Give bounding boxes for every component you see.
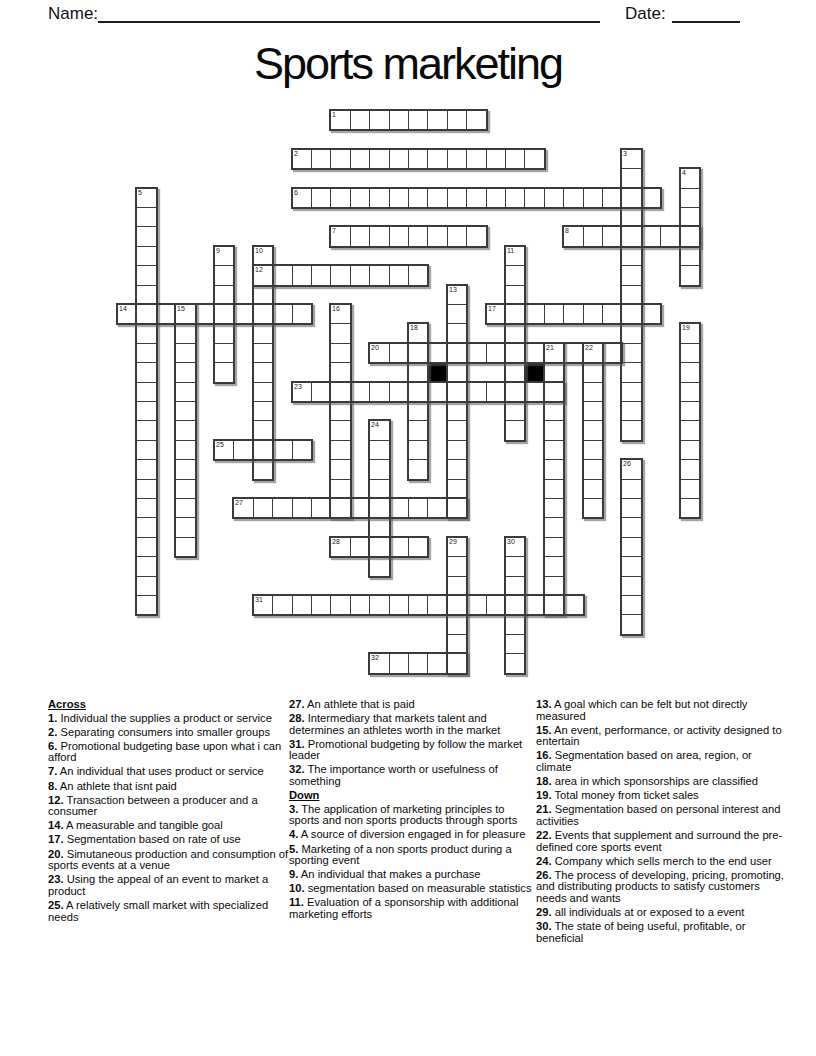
grid-cell[interactable] (136, 401, 157, 421)
grid-cell[interactable] (369, 556, 390, 577)
grid-cell[interactable] (175, 517, 196, 538)
grid-cell[interactable] (602, 226, 622, 247)
grid-cell[interactable] (389, 653, 409, 674)
grid-cell[interactable] (544, 420, 564, 441)
grid-cell[interactable] (389, 537, 409, 557)
grid-cell[interactable] (311, 382, 331, 402)
grid-cell[interactable]: 7 (330, 226, 351, 247)
grid-cell[interactable] (369, 459, 390, 480)
grid-cell[interactable] (369, 498, 390, 518)
grid-cell[interactable] (583, 188, 603, 208)
grid-cell[interactable] (660, 226, 681, 247)
grid-cell[interactable] (350, 226, 370, 247)
grid-cell[interactable] (583, 226, 603, 247)
grid-cell[interactable]: 15 (175, 304, 196, 324)
grid-cell[interactable] (136, 226, 157, 247)
grid-cell[interactable] (621, 343, 642, 363)
grid-cell[interactable] (544, 498, 564, 518)
grid-cell[interactable] (447, 653, 467, 674)
grid-cell[interactable] (427, 226, 448, 247)
grid-cell[interactable] (621, 168, 642, 189)
grid-cell[interactable] (524, 595, 545, 615)
grid-cell[interactable]: 29 (447, 537, 467, 557)
grid-cell[interactable] (369, 226, 390, 247)
grid-cell[interactable] (563, 188, 584, 208)
grid-cell[interactable] (680, 420, 700, 441)
grid-cell[interactable] (369, 517, 390, 538)
grid-cell[interactable] (311, 265, 331, 286)
grid-cell[interactable] (214, 362, 234, 383)
grid-cell[interactable] (214, 343, 234, 363)
grid-cell[interactable] (136, 556, 157, 577)
grid-cell[interactable] (505, 323, 525, 344)
grid-cell[interactable] (544, 595, 564, 615)
grid-cell[interactable]: 31 (253, 595, 273, 615)
grid-cell[interactable] (408, 459, 428, 480)
grid-cell[interactable] (466, 110, 487, 130)
grid-cell[interactable] (175, 343, 196, 363)
grid-cell[interactable] (253, 382, 273, 402)
grid-cell[interactable]: 2 (292, 149, 312, 169)
grid-cell[interactable] (544, 401, 564, 421)
grid-cell[interactable] (253, 440, 273, 460)
grid-cell[interactable] (524, 149, 545, 169)
grid-cell[interactable]: 4 (680, 168, 700, 189)
grid-cell[interactable] (272, 265, 293, 286)
grid-cell[interactable] (233, 304, 254, 324)
grid-cell[interactable]: 6 (292, 188, 312, 208)
grid-cell[interactable] (447, 498, 467, 518)
grid-cell[interactable]: 17 (486, 304, 506, 324)
grid-cell[interactable] (389, 188, 409, 208)
grid-cell[interactable] (136, 382, 157, 402)
grid-cell[interactable] (136, 537, 157, 557)
grid-cell[interactable] (524, 188, 545, 208)
grid-cell[interactable] (466, 188, 487, 208)
grid-cell[interactable] (175, 323, 196, 344)
grid-cell[interactable] (389, 382, 409, 402)
grid-cell[interactable] (330, 401, 351, 421)
grid-cell[interactable] (486, 343, 506, 363)
grid-cell[interactable] (389, 226, 409, 247)
grid-cell[interactable] (680, 498, 700, 518)
grid-cell[interactable] (447, 401, 467, 421)
grid-cell[interactable] (563, 595, 584, 615)
grid-cell[interactable]: 32 (369, 653, 390, 674)
grid-cell[interactable] (505, 285, 525, 305)
grid-cell[interactable] (253, 420, 273, 441)
grid-cell[interactable] (214, 323, 234, 344)
grid-cell[interactable] (447, 110, 467, 130)
grid-cell[interactable]: 21 (544, 343, 564, 363)
grid-cell[interactable] (621, 285, 642, 305)
grid-cell[interactable] (447, 459, 467, 480)
grid-cell[interactable] (563, 343, 584, 363)
grid-cell[interactable] (505, 362, 525, 383)
grid-cell[interactable] (272, 595, 293, 615)
grid-cell[interactable] (602, 304, 622, 324)
grid-cell[interactable] (214, 285, 234, 305)
grid-cell[interactable] (330, 149, 351, 169)
grid-cell[interactable] (680, 459, 700, 480)
grid-cell[interactable] (175, 479, 196, 499)
grid-cell[interactable] (447, 614, 467, 635)
grid-cell[interactable] (136, 576, 157, 596)
grid-cell[interactable] (408, 401, 428, 421)
grid-cell[interactable] (350, 595, 370, 615)
grid-cell[interactable] (544, 517, 564, 538)
grid-cell[interactable]: 10 (253, 246, 273, 266)
grid-cell[interactable] (136, 246, 157, 266)
grid-cell[interactable] (330, 362, 351, 383)
grid-cell[interactable] (447, 362, 467, 383)
grid-cell[interactable] (621, 207, 642, 227)
grid-cell[interactable] (447, 323, 467, 344)
grid-cell[interactable] (408, 653, 428, 674)
grid-cell[interactable] (350, 382, 370, 402)
grid-cell[interactable] (583, 420, 603, 441)
grid-cell[interactable] (505, 420, 525, 441)
grid-cell[interactable] (136, 207, 157, 227)
grid-cell[interactable] (466, 343, 487, 363)
grid-cell[interactable] (292, 304, 312, 324)
grid-cell[interactable] (175, 440, 196, 460)
grid-cell[interactable]: 13 (447, 285, 467, 305)
grid-cell[interactable] (505, 343, 525, 363)
grid-cell[interactable] (408, 420, 428, 441)
grid-cell[interactable] (680, 207, 700, 227)
grid-cell[interactable] (621, 576, 642, 596)
grid-cell[interactable] (253, 401, 273, 421)
grid-cell[interactable]: 14 (117, 304, 137, 324)
grid-cell[interactable] (175, 420, 196, 441)
grid-cell[interactable]: 18 (408, 323, 428, 344)
grid-cell[interactable] (272, 304, 293, 324)
grid-cell[interactable]: 24 (369, 420, 390, 441)
grid-cell[interactable] (408, 537, 428, 557)
grid-cell[interactable] (330, 188, 351, 208)
grid-cell[interactable] (621, 517, 642, 538)
grid-cell[interactable] (447, 556, 467, 577)
grid-cell[interactable] (408, 498, 428, 518)
grid-cell[interactable] (680, 362, 700, 383)
grid-cell[interactable] (583, 459, 603, 480)
grid-cell[interactable] (583, 440, 603, 460)
grid-cell[interactable] (350, 188, 370, 208)
grid-cell[interactable] (292, 595, 312, 615)
grid-cell[interactable] (486, 382, 506, 402)
grid-cell[interactable] (175, 382, 196, 402)
grid-cell[interactable] (524, 304, 545, 324)
grid-cell[interactable] (544, 382, 564, 402)
grid-cell[interactable] (136, 323, 157, 344)
grid-cell[interactable]: 26 (621, 459, 642, 480)
grid-cell[interactable] (447, 226, 467, 247)
grid-cell[interactable] (311, 498, 331, 518)
grid-cell[interactable] (292, 440, 312, 460)
grid-cell[interactable] (136, 479, 157, 499)
grid-cell[interactable] (583, 304, 603, 324)
grid-cell[interactable] (447, 343, 467, 363)
grid-cell[interactable] (524, 343, 545, 363)
grid-cell[interactable]: 28 (330, 537, 351, 557)
grid-cell[interactable] (466, 226, 487, 247)
grid-cell[interactable] (680, 479, 700, 499)
grid-cell[interactable] (408, 265, 428, 286)
grid-cell[interactable] (369, 537, 390, 557)
grid-cell[interactable] (214, 304, 234, 324)
grid-cell[interactable] (369, 382, 390, 402)
grid-cell[interactable] (311, 149, 331, 169)
grid-cell[interactable]: 23 (292, 382, 312, 402)
grid-cell[interactable] (621, 265, 642, 286)
grid-cell[interactable] (466, 149, 487, 169)
grid-cell[interactable] (621, 614, 642, 635)
grid-cell[interactable]: 22 (583, 343, 603, 363)
grid-cell[interactable] (369, 595, 390, 615)
grid-cell[interactable] (680, 401, 700, 421)
date-input-line[interactable] (672, 21, 740, 23)
grid-cell[interactable]: 16 (330, 304, 351, 324)
grid-cell[interactable] (641, 304, 661, 324)
grid-cell[interactable] (621, 304, 642, 324)
grid-cell[interactable]: 1 (330, 110, 351, 130)
grid-cell[interactable] (253, 362, 273, 383)
grid-cell[interactable] (330, 479, 351, 499)
grid-cell[interactable] (621, 362, 642, 383)
grid-cell[interactable] (175, 498, 196, 518)
grid-cell[interactable] (621, 226, 642, 247)
grid-cell[interactable] (175, 401, 196, 421)
grid-cell[interactable] (389, 149, 409, 169)
grid-cell[interactable] (330, 440, 351, 460)
grid-cell[interactable] (330, 420, 351, 441)
grid-cell[interactable] (486, 188, 506, 208)
grid-cell[interactable] (330, 323, 351, 344)
grid-cell[interactable]: 30 (505, 537, 525, 557)
grid-cell[interactable] (621, 556, 642, 577)
grid-cell[interactable] (389, 595, 409, 615)
grid-cell[interactable] (621, 498, 642, 518)
grid-cell[interactable] (350, 537, 370, 557)
grid-cell[interactable]: 11 (505, 246, 525, 266)
grid-cell[interactable] (621, 188, 642, 208)
grid-cell[interactable]: 3 (621, 149, 642, 169)
grid-cell[interactable] (680, 265, 700, 286)
grid-cell[interactable] (330, 498, 351, 518)
grid-cell[interactable] (330, 382, 351, 402)
grid-cell[interactable] (680, 343, 700, 363)
grid-cell[interactable] (680, 226, 700, 247)
grid-cell[interactable] (621, 479, 642, 499)
grid-cell[interactable] (641, 188, 661, 208)
grid-cell[interactable] (330, 459, 351, 480)
grid-cell[interactable] (621, 401, 642, 421)
grid-cell[interactable] (253, 459, 273, 480)
grid-cell[interactable] (505, 149, 525, 169)
grid-cell[interactable] (505, 401, 525, 421)
grid-cell[interactable] (175, 459, 196, 480)
grid-cell[interactable] (136, 420, 157, 441)
grid-cell[interactable] (505, 576, 525, 596)
grid-cell[interactable] (311, 595, 331, 615)
grid-cell[interactable] (544, 304, 564, 324)
grid-cell[interactable]: 5 (136, 188, 157, 208)
grid-cell[interactable] (408, 362, 428, 383)
grid-cell[interactable] (369, 149, 390, 169)
grid-cell[interactable]: 27 (233, 498, 254, 518)
grid-cell[interactable] (447, 420, 467, 441)
grid-cell[interactable] (447, 304, 467, 324)
grid-cell[interactable] (505, 304, 525, 324)
grid-cell[interactable] (621, 323, 642, 344)
grid-cell[interactable] (136, 362, 157, 383)
grid-cell[interactable]: 20 (369, 343, 390, 363)
grid-cell[interactable] (389, 265, 409, 286)
grid-cell[interactable] (233, 440, 254, 460)
grid-cell[interactable] (389, 343, 409, 363)
grid-cell[interactable] (447, 440, 467, 460)
grid-cell[interactable] (272, 440, 293, 460)
grid-cell[interactable] (369, 188, 390, 208)
grid-cell[interactable] (408, 188, 428, 208)
grid-cell[interactable] (621, 595, 642, 615)
grid-cell[interactable] (641, 226, 661, 247)
grid-cell[interactable] (136, 595, 157, 615)
grid-cell[interactable] (253, 323, 273, 344)
grid-cell[interactable] (466, 382, 487, 402)
grid-cell[interactable] (175, 537, 196, 557)
grid-cell[interactable] (350, 498, 370, 518)
grid-cell[interactable] (505, 614, 525, 635)
grid-cell[interactable] (253, 304, 273, 324)
grid-cell[interactable] (447, 595, 467, 615)
grid-cell[interactable] (330, 595, 351, 615)
grid-cell[interactable] (369, 440, 390, 460)
grid-cell[interactable] (136, 440, 157, 460)
grid-cell[interactable] (136, 498, 157, 518)
grid-cell[interactable] (350, 265, 370, 286)
grid-cell[interactable] (408, 595, 428, 615)
grid-cell[interactable] (136, 459, 157, 480)
grid-cell[interactable] (621, 420, 642, 441)
grid-cell[interactable] (621, 537, 642, 557)
grid-cell[interactable] (466, 595, 487, 615)
grid-cell[interactable] (680, 440, 700, 460)
grid-cell[interactable]: 9 (214, 246, 234, 266)
grid-cell[interactable] (350, 110, 370, 130)
name-input-line[interactable] (98, 21, 600, 23)
grid-cell[interactable] (408, 149, 428, 169)
grid-cell[interactable] (369, 265, 390, 286)
grid-cell[interactable]: 8 (563, 226, 584, 247)
grid-cell[interactable] (447, 576, 467, 596)
grid-cell[interactable] (447, 382, 467, 402)
grid-cell[interactable]: 12 (253, 265, 273, 286)
grid-cell[interactable] (369, 110, 390, 130)
grid-cell[interactable] (136, 343, 157, 363)
grid-cell[interactable] (253, 498, 273, 518)
grid-cell[interactable] (544, 362, 564, 383)
grid-cell[interactable] (389, 110, 409, 130)
grid-cell[interactable] (408, 440, 428, 460)
grid-cell[interactable] (544, 188, 564, 208)
grid-cell[interactable] (427, 498, 448, 518)
grid-cell[interactable] (621, 246, 642, 266)
grid-cell[interactable]: 19 (680, 323, 700, 344)
grid-cell[interactable] (427, 343, 448, 363)
grid-cell[interactable] (175, 362, 196, 383)
grid-cell[interactable] (505, 382, 525, 402)
grid-cell[interactable] (136, 517, 157, 538)
grid-cell[interactable] (408, 110, 428, 130)
grid-cell[interactable] (427, 149, 448, 169)
grid-cell[interactable] (253, 343, 273, 363)
grid-cell[interactable] (311, 188, 331, 208)
grid-cell[interactable] (330, 265, 351, 286)
grid-cell[interactable] (544, 537, 564, 557)
grid-cell[interactable] (427, 382, 448, 402)
grid-cell[interactable] (214, 265, 234, 286)
grid-cell[interactable] (680, 188, 700, 208)
grid-cell[interactable] (350, 149, 370, 169)
grid-cell[interactable] (136, 265, 157, 286)
grid-cell[interactable] (544, 440, 564, 460)
grid-cell[interactable] (427, 595, 448, 615)
grid-cell[interactable] (447, 634, 467, 654)
grid-cell[interactable] (505, 188, 525, 208)
grid-cell[interactable] (621, 382, 642, 402)
grid-cell[interactable] (505, 653, 525, 674)
grid-cell[interactable] (195, 304, 215, 324)
grid-cell[interactable] (253, 285, 273, 305)
grid-cell[interactable] (427, 653, 448, 674)
grid-cell[interactable] (427, 110, 448, 130)
grid-cell[interactable] (408, 382, 428, 402)
grid-cell[interactable] (583, 362, 603, 383)
grid-cell[interactable] (680, 382, 700, 402)
grid-cell[interactable] (505, 595, 525, 615)
grid-cell[interactable] (156, 304, 176, 324)
grid-cell[interactable] (544, 479, 564, 499)
grid-cell[interactable] (330, 343, 351, 363)
grid-cell[interactable] (583, 479, 603, 499)
grid-cell[interactable] (292, 265, 312, 286)
grid-cell[interactable] (680, 246, 700, 266)
grid-cell[interactable] (602, 343, 622, 363)
grid-cell[interactable] (136, 304, 157, 324)
grid-cell[interactable] (272, 498, 293, 518)
grid-cell[interactable] (408, 226, 428, 247)
grid-cell[interactable] (389, 498, 409, 518)
grid-cell[interactable] (136, 285, 157, 305)
grid-cell[interactable] (408, 343, 428, 363)
grid-cell[interactable] (427, 188, 448, 208)
grid-cell[interactable] (602, 188, 622, 208)
grid-cell[interactable] (583, 401, 603, 421)
grid-cell[interactable] (505, 556, 525, 577)
grid-cell[interactable] (583, 498, 603, 518)
grid-cell[interactable] (544, 576, 564, 596)
grid-cell[interactable] (369, 479, 390, 499)
grid-cell[interactable] (447, 479, 467, 499)
grid-cell[interactable] (447, 149, 467, 169)
grid-cell[interactable] (486, 149, 506, 169)
grid-cell[interactable] (583, 382, 603, 402)
grid-cell[interactable] (486, 595, 506, 615)
grid-cell[interactable] (563, 304, 584, 324)
grid-cell[interactable] (505, 634, 525, 654)
